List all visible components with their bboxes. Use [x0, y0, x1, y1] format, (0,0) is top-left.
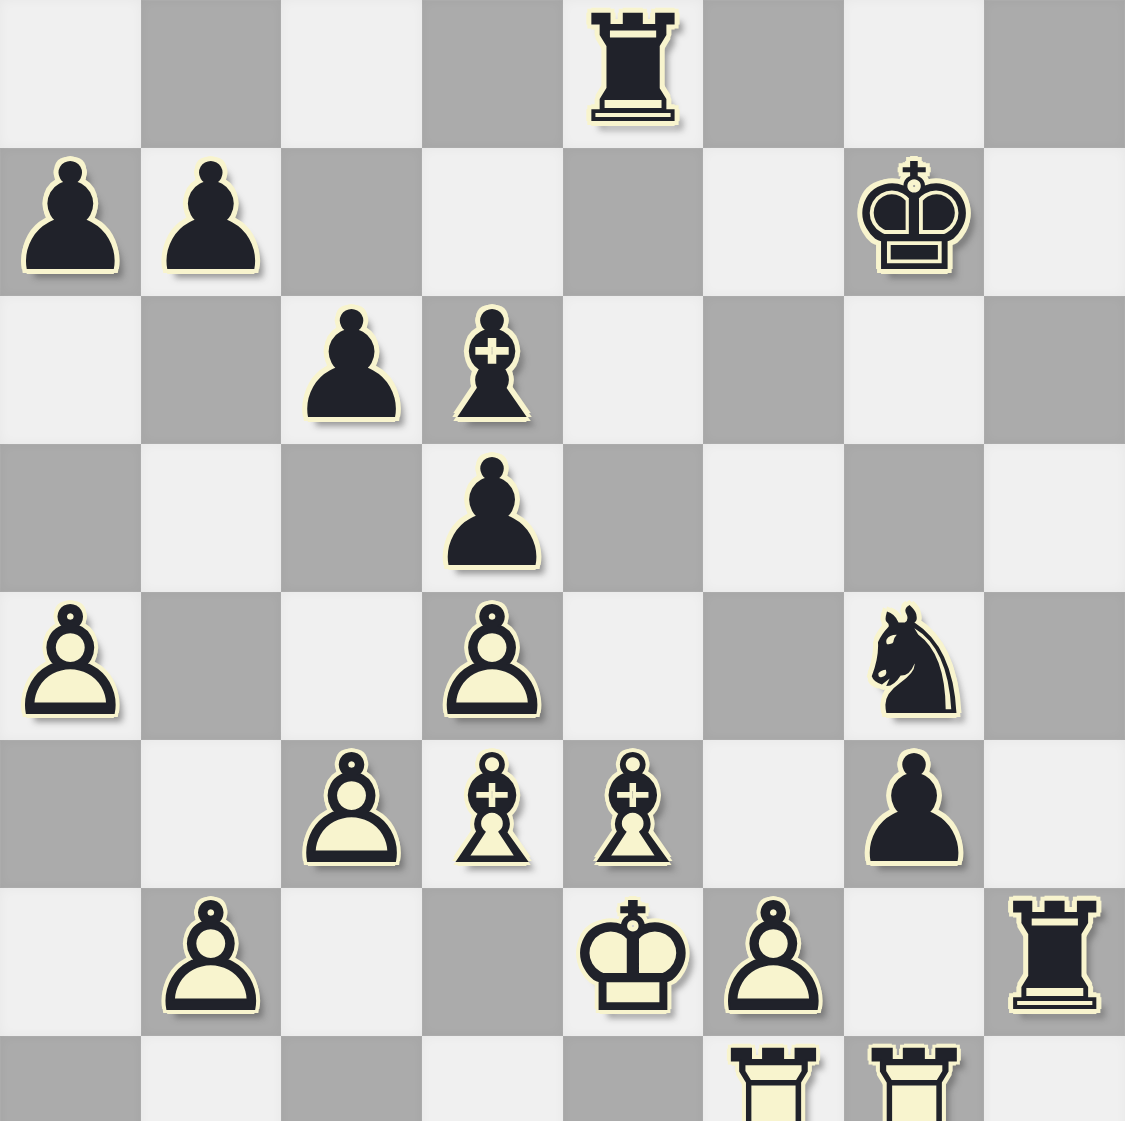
- piece-glyph: ♞: [848, 588, 981, 736]
- piece-outline-glyph: ♙: [285, 736, 418, 884]
- black-pawn-icon[interactable]: ♟: [145, 144, 278, 292]
- square-g3[interactable]: ♟: [844, 740, 985, 888]
- black-king-icon[interactable]: ♚: [848, 144, 981, 292]
- square-b5[interactable]: [141, 444, 282, 592]
- square-d1[interactable]: [422, 1036, 563, 1121]
- square-a3[interactable]: [0, 740, 141, 888]
- black-rook-icon[interactable]: ♜: [566, 0, 699, 144]
- square-e3[interactable]: ♝♗: [563, 740, 704, 888]
- piece-glyph: ♝: [426, 292, 559, 440]
- white-rook-icon[interactable]: ♜♖: [848, 1032, 981, 1121]
- piece-glyph: ♟: [848, 736, 981, 884]
- piece-outline-glyph: ♔: [566, 884, 699, 1032]
- square-e8[interactable]: ♜: [563, 0, 704, 148]
- square-g2[interactable]: [844, 888, 985, 1036]
- black-pawn-icon[interactable]: ♟: [426, 440, 559, 588]
- chess-board: ♜♟♟♚♟♝♟♟♙♟♙♞♟♙♝♗♝♗♟♟♙♚♔♟♙♜♜♖♜♖: [0, 0, 1125, 1121]
- square-h6[interactable]: [984, 296, 1125, 444]
- square-b4[interactable]: [141, 592, 282, 740]
- square-b7[interactable]: ♟: [141, 148, 282, 296]
- square-f3[interactable]: [703, 740, 844, 888]
- black-pawn-icon[interactable]: ♟: [285, 292, 418, 440]
- square-a6[interactable]: [0, 296, 141, 444]
- square-e2[interactable]: ♚♔: [563, 888, 704, 1036]
- square-e5[interactable]: [563, 444, 704, 592]
- square-e1[interactable]: [563, 1036, 704, 1121]
- white-king-icon[interactable]: ♚♔: [566, 884, 699, 1032]
- square-d8[interactable]: [422, 0, 563, 148]
- square-h7[interactable]: [984, 148, 1125, 296]
- square-b1[interactable]: [141, 1036, 282, 1121]
- white-rook-icon[interactable]: ♜♖: [707, 1032, 840, 1121]
- square-d4[interactable]: ♟♙: [422, 592, 563, 740]
- square-d3[interactable]: ♝♗: [422, 740, 563, 888]
- square-d2[interactable]: [422, 888, 563, 1036]
- square-c7[interactable]: [281, 148, 422, 296]
- square-f5[interactable]: [703, 444, 844, 592]
- square-a8[interactable]: [0, 0, 141, 148]
- square-h8[interactable]: [984, 0, 1125, 148]
- square-c1[interactable]: [281, 1036, 422, 1121]
- square-g6[interactable]: [844, 296, 985, 444]
- square-f8[interactable]: [703, 0, 844, 148]
- piece-glyph: ♟: [4, 144, 137, 292]
- black-pawn-icon[interactable]: ♟: [4, 144, 137, 292]
- square-c8[interactable]: [281, 0, 422, 148]
- square-a5[interactable]: [0, 444, 141, 592]
- piece-glyph: ♚: [848, 144, 981, 292]
- piece-glyph: ♟: [426, 440, 559, 588]
- square-g4[interactable]: ♞: [844, 592, 985, 740]
- black-pawn-icon[interactable]: ♟: [848, 736, 981, 884]
- white-pawn-icon[interactable]: ♟♙: [145, 884, 278, 1032]
- white-pawn-icon[interactable]: ♟♙: [285, 736, 418, 884]
- chess-app: ♜♟♟♚♟♝♟♟♙♟♙♞♟♙♝♗♝♗♟♟♙♚♔♟♙♜♜♖♜♖: [0, 0, 1125, 1121]
- square-h2[interactable]: ♜: [984, 888, 1125, 1036]
- square-g7[interactable]: ♚: [844, 148, 985, 296]
- square-h4[interactable]: [984, 592, 1125, 740]
- piece-glyph: ♟: [145, 144, 278, 292]
- piece-glyph: ♜: [988, 884, 1121, 1032]
- square-a7[interactable]: ♟: [0, 148, 141, 296]
- black-knight-icon[interactable]: ♞: [848, 588, 981, 736]
- square-f6[interactable]: [703, 296, 844, 444]
- square-f1[interactable]: ♜♖: [703, 1036, 844, 1121]
- piece-glyph: ♜: [566, 0, 699, 144]
- piece-outline-glyph: ♙: [426, 588, 559, 736]
- square-c3[interactable]: ♟♙: [281, 740, 422, 888]
- square-h3[interactable]: [984, 740, 1125, 888]
- piece-outline-glyph: ♖: [848, 1032, 981, 1121]
- square-h1[interactable]: [984, 1036, 1125, 1121]
- square-c4[interactable]: [281, 592, 422, 740]
- square-a4[interactable]: ♟♙: [0, 592, 141, 740]
- square-d7[interactable]: [422, 148, 563, 296]
- square-e6[interactable]: [563, 296, 704, 444]
- white-pawn-icon[interactable]: ♟♙: [4, 588, 137, 736]
- piece-outline-glyph: ♗: [426, 736, 559, 884]
- piece-outline-glyph: ♙: [707, 884, 840, 1032]
- piece-glyph: ♟: [285, 292, 418, 440]
- square-h5[interactable]: [984, 444, 1125, 592]
- square-b6[interactable]: [141, 296, 282, 444]
- piece-outline-glyph: ♙: [4, 588, 137, 736]
- square-f2[interactable]: ♟♙: [703, 888, 844, 1036]
- square-c2[interactable]: [281, 888, 422, 1036]
- square-f4[interactable]: [703, 592, 844, 740]
- square-d6[interactable]: ♝: [422, 296, 563, 444]
- square-d5[interactable]: ♟: [422, 444, 563, 592]
- square-g8[interactable]: [844, 0, 985, 148]
- square-f7[interactable]: [703, 148, 844, 296]
- white-bishop-icon[interactable]: ♝♗: [426, 736, 559, 884]
- piece-outline-glyph: ♖: [707, 1032, 840, 1121]
- square-b8[interactable]: [141, 0, 282, 148]
- square-a2[interactable]: [0, 888, 141, 1036]
- piece-outline-glyph: ♗: [566, 736, 699, 884]
- square-g5[interactable]: [844, 444, 985, 592]
- white-pawn-icon[interactable]: ♟♙: [426, 588, 559, 736]
- piece-outline-glyph: ♙: [145, 884, 278, 1032]
- square-a1[interactable]: [0, 1036, 141, 1121]
- square-e4[interactable]: [563, 592, 704, 740]
- black-rook-icon[interactable]: ♜: [988, 884, 1121, 1032]
- square-c5[interactable]: [281, 444, 422, 592]
- square-b3[interactable]: [141, 740, 282, 888]
- white-pawn-icon[interactable]: ♟♙: [707, 884, 840, 1032]
- square-b2[interactable]: ♟♙: [141, 888, 282, 1036]
- square-g1[interactable]: ♜♖: [844, 1036, 985, 1121]
- square-c6[interactable]: ♟: [281, 296, 422, 444]
- black-bishop-icon[interactable]: ♝: [426, 292, 559, 440]
- white-bishop-icon[interactable]: ♝♗: [566, 736, 699, 884]
- square-e7[interactable]: [563, 148, 704, 296]
